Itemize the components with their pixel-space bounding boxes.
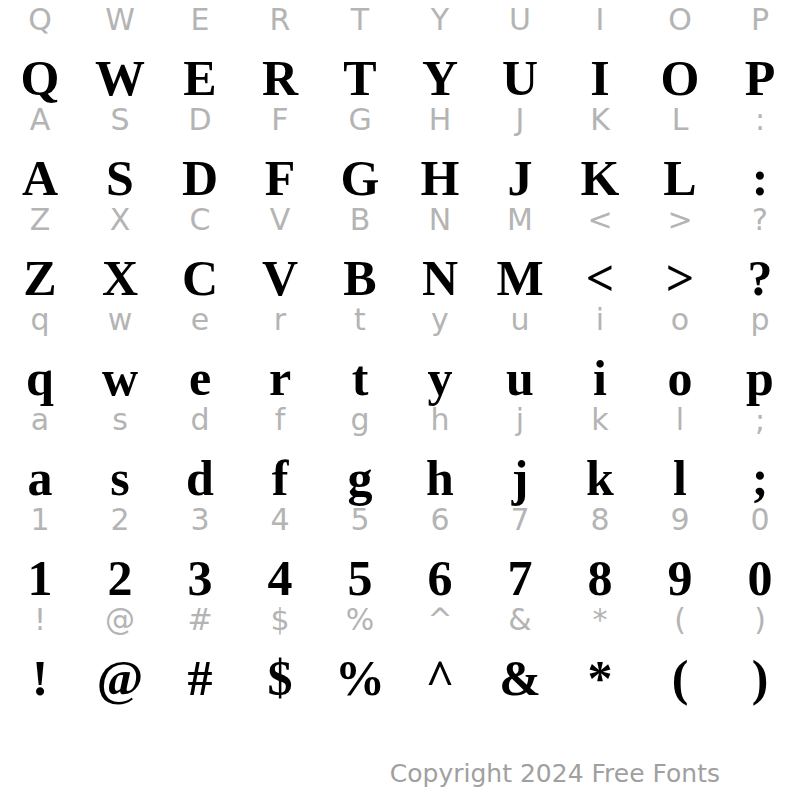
key-label: ) (754, 600, 766, 640)
key-label: w (108, 300, 133, 340)
key-label: D (188, 100, 211, 140)
key-label: N (429, 200, 451, 240)
key-label: E (191, 0, 210, 40)
character-row-pair: ASDFGHJKL:ASDFGHJKL: (0, 100, 800, 200)
key-label: L (672, 100, 689, 140)
key-label: M (507, 200, 533, 240)
key-label: V (270, 200, 291, 240)
key-label: d (190, 400, 209, 440)
key-label: 9 (670, 500, 689, 540)
key-label: 1 (30, 500, 49, 540)
key-label-row: ZXCVBNM<>? (0, 200, 800, 240)
font-glyph: * (588, 646, 613, 710)
key-label: Q (28, 0, 52, 40)
key-label: ^ (427, 600, 452, 640)
key-label: > (667, 200, 692, 240)
key-label: % (346, 600, 375, 640)
key-label: 2 (110, 500, 129, 540)
key-label: $ (270, 600, 289, 640)
key-label: 0 (750, 500, 769, 540)
font-glyph: ( (672, 646, 689, 710)
key-label-row: 1234567890 (0, 500, 800, 540)
key-label: u (510, 300, 529, 340)
key-label: s (112, 400, 128, 440)
key-label: i (596, 300, 604, 340)
font-glyph: @ (97, 646, 144, 710)
key-label: ? (752, 200, 768, 240)
character-row-pair: QWERTYUIOPQWERTYUIOP (0, 0, 800, 100)
key-label: @ (105, 600, 135, 640)
character-row-pair: qwertyuiopqwertyuiop (0, 300, 800, 400)
font-glyph: ! (32, 646, 49, 710)
key-label: U (509, 0, 531, 40)
font-specimen-sheet: QWERTYUIOPQWERTYUIOPASDFGHJKL:ASDFGHJKL:… (0, 0, 800, 800)
key-label: Z (30, 200, 51, 240)
key-label: I (596, 0, 605, 40)
key-label: ; (755, 400, 765, 440)
key-label: l (676, 400, 684, 440)
font-glyph: ^ (425, 646, 454, 710)
key-label-row: !@#$%^&*() (0, 600, 800, 640)
key-label: P (751, 0, 769, 40)
key-label: # (187, 600, 212, 640)
key-label: q (30, 300, 49, 340)
character-row-pair: asdfghjkl;asdfghjkl; (0, 400, 800, 500)
key-label: o (671, 300, 689, 340)
key-label: * (593, 600, 608, 640)
font-glyph: % (335, 646, 385, 710)
key-label: g (350, 400, 369, 440)
key-label: G (348, 100, 371, 140)
key-label-row: QWERTYUIOP (0, 0, 800, 40)
key-label: R (270, 0, 291, 40)
key-label: & (508, 600, 531, 640)
key-label: ( (674, 600, 686, 640)
character-row-pair: ZXCVBNM<>?ZXCVBNM<>? (0, 200, 800, 300)
key-label-row: qwertyuiop (0, 300, 800, 340)
key-label: 5 (350, 500, 369, 540)
key-label: < (587, 200, 612, 240)
key-label: 4 (270, 500, 289, 540)
key-label: h (430, 400, 449, 440)
key-label: X (110, 200, 131, 240)
key-label: 8 (590, 500, 609, 540)
key-label: f (275, 400, 286, 440)
key-label: 7 (510, 500, 529, 540)
key-label: : (755, 100, 765, 140)
key-label-row: ASDFGHJKL: (0, 100, 800, 140)
font-glyph: & (499, 646, 541, 710)
key-label: O (668, 0, 692, 40)
font-glyph: # (188, 646, 213, 710)
key-label: Y (431, 0, 449, 40)
key-label: a (31, 400, 49, 440)
key-label-row: asdfghjkl; (0, 400, 800, 440)
font-glyph: $ (268, 646, 293, 710)
key-label: y (431, 300, 449, 340)
key-label: K (590, 100, 610, 140)
key-label: ! (34, 600, 46, 640)
character-row-pair: 12345678901234567890 (0, 500, 800, 600)
copyright-text: Copyright 2024 Free Fonts (390, 756, 720, 792)
key-label: C (190, 200, 211, 240)
key-label: 3 (190, 500, 209, 540)
key-label: T (351, 0, 369, 40)
key-label: S (110, 100, 129, 140)
key-label: W (105, 0, 135, 40)
font-glyph-row: !@#$%^&*() (0, 646, 800, 710)
key-label: e (191, 300, 209, 340)
key-label: 6 (430, 500, 449, 540)
character-row-pair: !@#$%^&*()!@#$%^&*() (0, 600, 800, 700)
key-label: k (591, 400, 608, 440)
key-label: B (350, 200, 371, 240)
key-label: r (274, 300, 286, 340)
font-glyph: ) (752, 646, 769, 710)
key-label: H (429, 100, 452, 140)
key-label: A (30, 100, 51, 140)
key-label: p (750, 300, 769, 340)
key-label: t (354, 300, 366, 340)
key-label: J (516, 100, 525, 140)
key-label: j (516, 400, 524, 440)
key-label: F (271, 100, 288, 140)
